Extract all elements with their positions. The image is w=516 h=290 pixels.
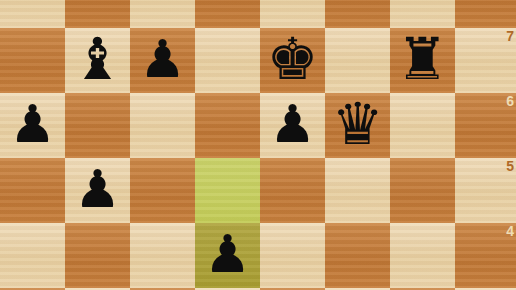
square-c4[interactable] xyxy=(130,223,195,288)
square-f8[interactable] xyxy=(325,0,390,28)
black-rook-g7[interactable]: ♜ xyxy=(397,30,449,88)
square-f4[interactable] xyxy=(325,223,390,288)
black-queen-f6[interactable]: ♛ xyxy=(332,95,384,153)
black-king-e7[interactable]: ♚ xyxy=(267,30,319,88)
square-c7[interactable]: ♟ xyxy=(130,28,195,93)
square-g4[interactable] xyxy=(390,223,455,288)
square-b5[interactable]: ♟ xyxy=(65,158,130,223)
square-e4[interactable] xyxy=(260,223,325,288)
chess-app-viewport: ♝♟♚♜7♟♟♛6♟5♟4 xyxy=(0,0,516,290)
square-b7[interactable]: ♝ xyxy=(65,28,130,93)
rank-label-6: 6 xyxy=(506,94,514,108)
square-a7[interactable] xyxy=(0,28,65,93)
chess-board: ♝♟♚♜7♟♟♛6♟5♟4 xyxy=(0,0,516,290)
rank-label-5: 5 xyxy=(506,159,514,173)
square-c8[interactable] xyxy=(130,0,195,28)
square-a5[interactable] xyxy=(0,158,65,223)
square-b6[interactable] xyxy=(65,93,130,158)
square-h7[interactable]: 7 xyxy=(455,28,516,93)
square-d8[interactable] xyxy=(195,0,260,28)
square-f7[interactable] xyxy=(325,28,390,93)
square-h5[interactable]: 5 xyxy=(455,158,516,223)
square-d6[interactable] xyxy=(195,93,260,158)
square-d4[interactable]: ♟ xyxy=(195,223,260,288)
square-h6[interactable]: 6 xyxy=(455,93,516,158)
square-g5[interactable] xyxy=(390,158,455,223)
square-e6[interactable]: ♟ xyxy=(260,93,325,158)
square-h8[interactable] xyxy=(455,0,516,28)
square-f6[interactable]: ♛ xyxy=(325,93,390,158)
square-d5[interactable] xyxy=(195,158,260,223)
square-c5[interactable] xyxy=(130,158,195,223)
rank-label-7: 7 xyxy=(506,29,514,43)
square-f5[interactable] xyxy=(325,158,390,223)
square-a8[interactable] xyxy=(0,0,65,28)
square-d7[interactable] xyxy=(195,28,260,93)
square-g7[interactable]: ♜ xyxy=(390,28,455,93)
black-pawn-d4[interactable]: ♟ xyxy=(204,228,251,280)
rank-label-4: 4 xyxy=(506,224,514,238)
black-pawn-e6[interactable]: ♟ xyxy=(269,98,316,150)
black-bishop-b7[interactable]: ♝ xyxy=(72,30,124,88)
black-pawn-a6[interactable]: ♟ xyxy=(9,98,56,150)
square-b4[interactable] xyxy=(65,223,130,288)
black-pawn-c7[interactable]: ♟ xyxy=(139,33,186,85)
square-c6[interactable] xyxy=(130,93,195,158)
square-e5[interactable] xyxy=(260,158,325,223)
square-g6[interactable] xyxy=(390,93,455,158)
square-e7[interactable]: ♚ xyxy=(260,28,325,93)
black-pawn-b5[interactable]: ♟ xyxy=(74,163,121,215)
square-a6[interactable]: ♟ xyxy=(0,93,65,158)
square-h4[interactable]: 4 xyxy=(455,223,516,288)
square-a4[interactable] xyxy=(0,223,65,288)
